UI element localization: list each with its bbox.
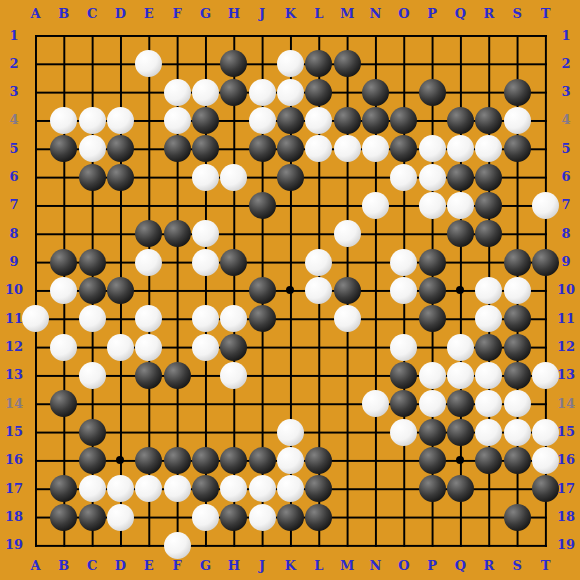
stone-white-S10	[504, 277, 531, 304]
col-label-bottom-K: K	[276, 557, 304, 575]
row-label-left-19: 19	[0, 536, 28, 554]
stone-white-M11	[334, 305, 361, 332]
col-label-bottom-E: E	[135, 557, 163, 575]
stone-white-C17	[79, 475, 106, 502]
stone-white-Q12	[447, 334, 474, 361]
stone-white-T15	[532, 419, 559, 446]
stone-black-C10	[79, 277, 106, 304]
col-label-bottom-L: L	[305, 557, 333, 575]
stone-white-K16	[277, 447, 304, 474]
col-label-bottom-C: C	[78, 557, 106, 575]
stone-white-R15	[475, 419, 502, 446]
stone-black-H9	[220, 249, 247, 276]
stone-white-G3	[192, 79, 219, 106]
stone-white-K3	[277, 79, 304, 106]
stone-white-P14	[419, 390, 446, 417]
row-label-left-4: 4	[0, 111, 28, 129]
stone-black-R6	[475, 164, 502, 191]
stone-black-G4	[192, 107, 219, 134]
stone-white-C4	[79, 107, 106, 134]
stone-black-F13	[164, 362, 191, 389]
stone-black-S18	[504, 504, 531, 531]
row-label-right-11: 11	[552, 310, 580, 328]
col-label-top-C: C	[78, 5, 106, 23]
col-label-bottom-P: P	[418, 557, 446, 575]
col-label-bottom-A: A	[22, 557, 50, 575]
row-label-left-18: 18	[0, 508, 28, 526]
stone-white-D18	[107, 504, 134, 531]
col-label-top-E: E	[135, 5, 163, 23]
stone-black-D10	[107, 277, 134, 304]
stone-white-M8	[334, 220, 361, 247]
row-label-right-18: 18	[552, 508, 580, 526]
stone-white-N7	[362, 192, 389, 219]
stone-white-H6	[220, 164, 247, 191]
stone-black-R12	[475, 334, 502, 361]
stone-black-P3	[419, 79, 446, 106]
stone-white-E12	[135, 334, 162, 361]
row-label-left-5: 5	[0, 140, 28, 158]
row-label-left-17: 17	[0, 480, 28, 498]
row-label-left-6: 6	[0, 168, 28, 186]
stone-black-D6	[107, 164, 134, 191]
row-label-right-5: 5	[552, 140, 580, 158]
stone-black-C6	[79, 164, 106, 191]
stone-white-O15	[390, 419, 417, 446]
stone-white-T16	[532, 447, 559, 474]
stone-black-Q15	[447, 419, 474, 446]
stone-black-Q4	[447, 107, 474, 134]
col-label-top-T: T	[531, 5, 559, 23]
stone-white-T7	[532, 192, 559, 219]
stone-black-J11	[249, 305, 276, 332]
stone-white-K15	[277, 419, 304, 446]
stone-white-S14	[504, 390, 531, 417]
stone-black-S11	[504, 305, 531, 332]
col-label-bottom-M: M	[333, 557, 361, 575]
row-label-left-10: 10	[0, 281, 28, 299]
col-label-top-Q: Q	[446, 5, 474, 23]
stone-white-P6	[419, 164, 446, 191]
stone-black-C18	[79, 504, 106, 531]
stone-black-H3	[220, 79, 247, 106]
stone-black-M2	[334, 50, 361, 77]
stone-black-P9	[419, 249, 446, 276]
stone-black-T9	[532, 249, 559, 276]
stone-white-J4	[249, 107, 276, 134]
stone-black-H12	[220, 334, 247, 361]
stone-white-C13	[79, 362, 106, 389]
stone-black-P10	[419, 277, 446, 304]
stone-white-P5	[419, 135, 446, 162]
stone-white-J3	[249, 79, 276, 106]
stone-white-D4	[107, 107, 134, 134]
stone-white-G12	[192, 334, 219, 361]
stone-black-N3	[362, 79, 389, 106]
col-label-top-K: K	[276, 5, 304, 23]
stone-white-S15	[504, 419, 531, 446]
row-label-right-2: 2	[552, 55, 580, 73]
row-label-left-2: 2	[0, 55, 28, 73]
stone-white-F4	[164, 107, 191, 134]
col-label-top-S: S	[503, 5, 531, 23]
go-board[interactable]: AABBCCDDEEFFGGHHJJKKLLMMNNOOPPQQRRSSTT11…	[0, 0, 580, 580]
stone-white-T13	[532, 362, 559, 389]
row-label-right-14: 14	[552, 395, 580, 413]
stone-white-O6	[390, 164, 417, 191]
col-label-top-D: D	[106, 5, 134, 23]
stone-white-M5	[334, 135, 361, 162]
col-label-top-H: H	[220, 5, 248, 23]
col-label-top-N: N	[361, 5, 389, 23]
stone-white-E9	[135, 249, 162, 276]
row-label-right-10: 10	[552, 281, 580, 299]
stone-black-Q6	[447, 164, 474, 191]
stone-black-K4	[277, 107, 304, 134]
col-label-top-G: G	[191, 5, 219, 23]
row-label-right-6: 6	[552, 168, 580, 186]
stone-black-M10	[334, 277, 361, 304]
stone-black-S13	[504, 362, 531, 389]
stone-white-D12	[107, 334, 134, 361]
stone-black-M4	[334, 107, 361, 134]
row-label-right-12: 12	[552, 338, 580, 356]
stone-white-B12	[50, 334, 77, 361]
stone-white-S4	[504, 107, 531, 134]
col-label-bottom-T: T	[531, 557, 559, 575]
stone-black-P16	[419, 447, 446, 474]
stone-black-C9	[79, 249, 106, 276]
col-label-bottom-G: G	[191, 557, 219, 575]
stone-black-P17	[419, 475, 446, 502]
row-label-left-13: 13	[0, 366, 28, 384]
row-label-left-7: 7	[0, 196, 28, 214]
stone-white-G6	[192, 164, 219, 191]
stone-white-C5	[79, 135, 106, 162]
stone-black-P15	[419, 419, 446, 446]
row-label-right-3: 3	[552, 83, 580, 101]
stone-white-F19	[164, 532, 191, 559]
stone-black-J5	[249, 135, 276, 162]
stone-black-J16	[249, 447, 276, 474]
stone-black-S3	[504, 79, 531, 106]
stone-black-C16	[79, 447, 106, 474]
row-label-left-14: 14	[0, 395, 28, 413]
col-label-bottom-N: N	[361, 557, 389, 575]
stone-black-J7	[249, 192, 276, 219]
stone-white-C11	[79, 305, 106, 332]
stone-black-F5	[164, 135, 191, 162]
col-label-bottom-Q: Q	[446, 557, 474, 575]
stone-black-B18	[50, 504, 77, 531]
stone-black-F8	[164, 220, 191, 247]
stone-black-C15	[79, 419, 106, 446]
row-label-right-4: 4	[552, 111, 580, 129]
row-label-left-9: 9	[0, 253, 28, 271]
stone-white-Q13	[447, 362, 474, 389]
col-label-bottom-R: R	[475, 557, 503, 575]
col-label-top-F: F	[163, 5, 191, 23]
row-label-left-8: 8	[0, 225, 28, 243]
row-label-right-19: 19	[552, 536, 580, 554]
col-label-top-J: J	[248, 5, 276, 23]
stone-white-F17	[164, 475, 191, 502]
row-label-left-3: 3	[0, 83, 28, 101]
row-label-left-12: 12	[0, 338, 28, 356]
stone-white-J18	[249, 504, 276, 531]
stone-white-P7	[419, 192, 446, 219]
col-label-top-R: R	[475, 5, 503, 23]
stone-white-Q7	[447, 192, 474, 219]
row-label-left-1: 1	[0, 27, 28, 45]
stone-black-S5	[504, 135, 531, 162]
stone-black-P11	[419, 305, 446, 332]
row-label-right-1: 1	[552, 27, 580, 45]
col-label-bottom-H: H	[220, 557, 248, 575]
col-label-top-O: O	[390, 5, 418, 23]
col-label-top-M: M	[333, 5, 361, 23]
stone-black-G16	[192, 447, 219, 474]
col-label-bottom-D: D	[106, 557, 134, 575]
stone-white-L9	[305, 249, 332, 276]
row-label-left-15: 15	[0, 423, 28, 441]
col-label-bottom-O: O	[390, 557, 418, 575]
stone-black-B9	[50, 249, 77, 276]
stone-white-G9	[192, 249, 219, 276]
col-label-top-B: B	[50, 5, 78, 23]
stone-white-O9	[390, 249, 417, 276]
row-label-left-16: 16	[0, 451, 28, 469]
stone-black-L18	[305, 504, 332, 531]
stone-black-T17	[532, 475, 559, 502]
stone-black-F16	[164, 447, 191, 474]
stone-black-N4	[362, 107, 389, 134]
stone-black-S12	[504, 334, 531, 361]
col-label-top-L: L	[305, 5, 333, 23]
col-label-bottom-J: J	[248, 557, 276, 575]
stone-black-H18	[220, 504, 247, 531]
stone-white-F3	[164, 79, 191, 106]
stone-black-K6	[277, 164, 304, 191]
stone-black-J10	[249, 277, 276, 304]
stone-black-L3	[305, 79, 332, 106]
stone-black-S9	[504, 249, 531, 276]
col-label-top-A: A	[22, 5, 50, 23]
stone-black-S16	[504, 447, 531, 474]
col-label-top-P: P	[418, 5, 446, 23]
stone-black-K18	[277, 504, 304, 531]
col-label-bottom-F: F	[163, 557, 191, 575]
col-label-bottom-B: B	[50, 557, 78, 575]
col-label-bottom-S: S	[503, 557, 531, 575]
stone-white-G18	[192, 504, 219, 531]
stone-white-J17	[249, 475, 276, 502]
row-label-right-8: 8	[552, 225, 580, 243]
stone-white-P13	[419, 362, 446, 389]
stone-white-O12	[390, 334, 417, 361]
